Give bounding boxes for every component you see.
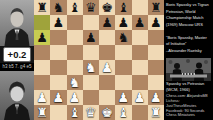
square-a3[interactable] xyxy=(34,75,50,90)
white-queen-d1: ♛ xyxy=(85,106,97,119)
square-g4[interactable] xyxy=(132,60,148,75)
square-c4[interactable] xyxy=(67,60,83,75)
square-b5[interactable] xyxy=(50,45,66,60)
black-knight-b8: ♞ xyxy=(53,1,65,14)
white-bishop-f1: ♝ xyxy=(118,106,130,119)
white-pawn-b2: ♟ xyxy=(53,91,65,104)
game-title: Boris Spassky vs Tigran Petrosian, World… xyxy=(166,2,211,28)
white-rook-h1: ♜ xyxy=(150,106,162,119)
square-h5[interactable] xyxy=(148,45,164,60)
square-a7[interactable] xyxy=(34,15,50,30)
square-e8[interactable]: ♚ xyxy=(99,0,115,15)
petrosian-photo xyxy=(0,0,34,46)
square-b6[interactable] xyxy=(50,30,66,45)
square-e7[interactable]: ♟ xyxy=(99,15,115,30)
square-e4[interactable]: ♟ xyxy=(99,60,115,75)
chess-board: ♜♞♝♛♚♝♜♟♟♟♟♟♟♟♞♞♟♞♟♟♟♟♟♟♜♝♛♚♝♜ xyxy=(34,0,164,120)
square-e5[interactable] xyxy=(99,45,115,60)
square-a2[interactable]: ♟ xyxy=(34,90,50,105)
square-c6[interactable] xyxy=(67,30,83,45)
square-f2[interactable]: ♟ xyxy=(115,90,131,105)
square-g3[interactable] xyxy=(132,75,148,90)
square-b3[interactable] xyxy=(50,75,66,90)
square-a8[interactable]: ♜ xyxy=(34,0,50,15)
evaluation-row: +0.2 xyxy=(0,46,34,63)
black-bishop-f8: ♝ xyxy=(118,1,130,14)
square-d7[interactable] xyxy=(83,15,99,30)
black-pawn-g7: ♟ xyxy=(134,16,146,29)
white-pawn-h2: ♟ xyxy=(150,91,162,104)
square-d3[interactable] xyxy=(83,75,99,90)
social-links: Chess.com: AlejandroM8 Lichess: JustThes… xyxy=(166,94,211,118)
black-queen-d8: ♛ xyxy=(85,1,97,14)
square-g8[interactable] xyxy=(132,0,148,15)
quote-text: "Boris Spassky, Master of Initiative" xyxy=(166,34,211,47)
black-pawn-a6: ♟ xyxy=(36,31,48,44)
square-b4[interactable] xyxy=(50,60,66,75)
black-pawn-f7: ♟ xyxy=(118,16,130,29)
square-b7[interactable]: ♟ xyxy=(50,15,66,30)
square-d1[interactable]: ♛ xyxy=(83,105,99,120)
social-line-channel: Chess Miniatures xyxy=(166,113,211,118)
square-a5[interactable] xyxy=(34,45,50,60)
white-pawn-f2: ♟ xyxy=(118,91,130,104)
square-c5[interactable] xyxy=(67,45,83,60)
square-f7[interactable]: ♟ xyxy=(115,15,131,30)
square-a6[interactable]: ♟ xyxy=(34,30,50,45)
white-pawn-g2: ♟ xyxy=(134,91,146,104)
square-h3[interactable] xyxy=(148,75,164,90)
photo-caption: Spassky vs Petrosian (WCM, 1966) xyxy=(166,81,211,92)
square-g1[interactable] xyxy=(132,105,148,120)
square-g6[interactable] xyxy=(132,30,148,45)
square-e1[interactable]: ♚ xyxy=(99,105,115,120)
square-f5[interactable] xyxy=(115,45,131,60)
black-pawn-d6: ♟ xyxy=(85,31,97,44)
square-h7[interactable]: ♟ xyxy=(148,15,164,30)
square-c7[interactable] xyxy=(67,15,83,30)
square-g7[interactable]: ♟ xyxy=(132,15,148,30)
white-knight-c3: ♞ xyxy=(69,76,81,89)
white-knight-d4: ♞ xyxy=(85,61,97,74)
black-pawn-h7: ♟ xyxy=(150,16,162,29)
square-f1[interactable]: ♝ xyxy=(115,105,131,120)
square-f6[interactable]: ♞ xyxy=(115,30,131,45)
square-e6[interactable] xyxy=(99,30,115,45)
square-h2[interactable]: ♟ xyxy=(148,90,164,105)
white-bishop-c1: ♝ xyxy=(69,106,81,119)
square-f4[interactable] xyxy=(115,60,131,75)
black-pawn-e7: ♟ xyxy=(101,16,113,29)
black-knight-f6: ♞ xyxy=(118,31,130,44)
white-pawn-e4: ♟ xyxy=(101,61,113,74)
square-b8[interactable]: ♞ xyxy=(50,0,66,15)
square-c2[interactable]: ♟ xyxy=(67,90,83,105)
white-rook-a1: ♜ xyxy=(36,106,48,119)
video-thumbnail-frame: +0.2 h3 b5 7. g4 e5 xyxy=(0,0,213,120)
square-a1[interactable]: ♜ xyxy=(34,105,50,120)
square-h1[interactable]: ♜ xyxy=(148,105,164,120)
square-d8[interactable]: ♛ xyxy=(83,0,99,15)
white-pawn-c2: ♟ xyxy=(69,91,81,104)
square-d6[interactable]: ♟ xyxy=(83,30,99,45)
square-a4[interactable] xyxy=(34,60,50,75)
square-g2[interactable]: ♟ xyxy=(132,90,148,105)
left-panel: +0.2 h3 b5 7. g4 e5 xyxy=(0,0,34,120)
square-c3[interactable]: ♞ xyxy=(67,75,83,90)
evaluation-badge: +0.2 xyxy=(3,47,31,62)
square-h4[interactable] xyxy=(148,60,164,75)
square-d2[interactable] xyxy=(83,90,99,105)
square-b2[interactable]: ♟ xyxy=(50,90,66,105)
square-c8[interactable]: ♝ xyxy=(67,0,83,15)
spassky-photo xyxy=(0,71,34,120)
engine-line: h3 b5 7. g4 e5 xyxy=(0,63,34,71)
square-c1[interactable]: ♝ xyxy=(67,105,83,120)
match-photo xyxy=(166,58,211,80)
black-bishop-c8: ♝ xyxy=(69,1,81,14)
square-e3[interactable] xyxy=(99,75,115,90)
right-panel: Boris Spassky vs Tigran Petrosian, World… xyxy=(164,0,213,120)
square-g5[interactable] xyxy=(132,45,148,60)
quote-attribution: –Alexander Raetsky xyxy=(166,47,211,54)
square-f3[interactable] xyxy=(115,75,131,90)
white-pawn-a2: ♟ xyxy=(36,91,48,104)
square-h6[interactable] xyxy=(148,30,164,45)
square-h8[interactable]: ♜ xyxy=(148,0,164,15)
social-line-lichess: Lichess: JustTheseMinutes xyxy=(166,98,211,108)
square-f8[interactable]: ♝ xyxy=(115,0,131,15)
square-e2[interactable] xyxy=(99,90,115,105)
black-pawn-b7: ♟ xyxy=(53,16,65,29)
square-d5[interactable] xyxy=(83,45,99,60)
black-king-e8: ♚ xyxy=(101,1,113,14)
square-b1[interactable] xyxy=(50,105,66,120)
square-d4[interactable]: ♞ xyxy=(83,60,99,75)
black-rook-a8: ♜ xyxy=(36,1,48,14)
white-king-e1: ♚ xyxy=(101,106,113,119)
black-rook-h8: ♜ xyxy=(150,1,162,14)
